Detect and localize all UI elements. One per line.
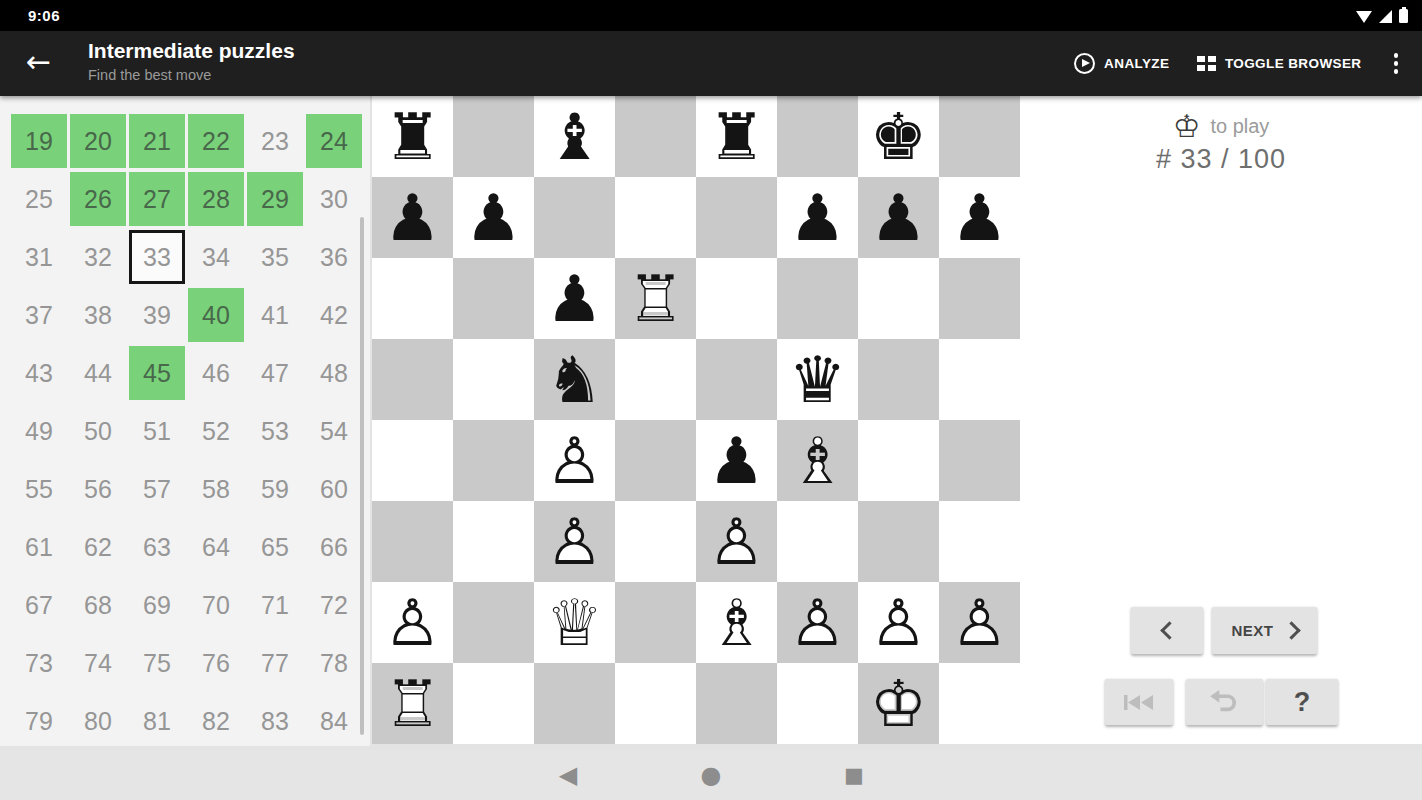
square-c7[interactable] <box>534 177 615 258</box>
nav-recents-icon[interactable]: ■ <box>834 750 874 800</box>
puzzle-number-58[interactable]: 58 <box>188 462 244 516</box>
puzzle-number-80[interactable]: 80 <box>70 694 126 748</box>
white-pawn[interactable]: ♟♙ <box>696 501 777 582</box>
square-d1[interactable] <box>615 663 696 744</box>
side-panel: ♔ to play # 33 / 100 NEXT ? <box>1020 96 1422 744</box>
puzzle-number-28[interactable]: 28 <box>188 172 244 226</box>
puzzle-number-57[interactable]: 57 <box>129 462 185 516</box>
square-b8[interactable] <box>453 96 534 177</box>
white-bishop[interactable]: ♝♗ <box>696 582 777 663</box>
square-g2[interactable]: ♟♙ <box>858 582 939 663</box>
square-a2[interactable]: ♟♙ <box>372 582 453 663</box>
square-g4[interactable] <box>858 420 939 501</box>
square-b6[interactable] <box>453 258 534 339</box>
puzzle-number-37[interactable]: 37 <box>11 288 67 342</box>
puzzle-number-35[interactable]: 35 <box>247 230 303 284</box>
square-g7[interactable]: ♟ <box>858 177 939 258</box>
white-king[interactable]: ♚♔ <box>858 663 939 744</box>
white-pawn[interactable]: ♟♙ <box>858 582 939 663</box>
square-c4[interactable]: ♟♙ <box>534 420 615 501</box>
puzzle-number-21[interactable]: 21 <box>129 114 185 168</box>
white-bishop[interactable]: ♝♗ <box>777 420 858 501</box>
puzzle-number-72[interactable]: 72 <box>306 578 362 632</box>
square-f1[interactable] <box>777 663 858 744</box>
puzzle-number-43[interactable]: 43 <box>11 346 67 400</box>
square-b2[interactable] <box>453 582 534 663</box>
square-e2[interactable]: ♝♗ <box>696 582 777 663</box>
puzzle-number-19[interactable]: 19 <box>11 114 67 168</box>
square-e8[interactable]: ♜ <box>696 96 777 177</box>
square-b7[interactable]: ♟ <box>453 177 534 258</box>
square-d7[interactable] <box>615 177 696 258</box>
puzzle-number-64[interactable]: 64 <box>188 520 244 574</box>
puzzle-number-47[interactable]: 47 <box>247 346 303 400</box>
square-a3[interactable] <box>372 501 453 582</box>
puzzle-browser-panel: 1920212223242526272829303132333435363738… <box>0 96 370 746</box>
square-a6[interactable] <box>372 258 453 339</box>
page-subtitle: Find the best move <box>88 67 295 83</box>
next-label: NEXT <box>1231 622 1273 639</box>
black-king[interactable]: ♚ <box>858 96 939 177</box>
puzzle-number-34[interactable]: 34 <box>188 230 244 284</box>
white-pawn[interactable]: ♟♙ <box>939 582 1020 663</box>
status-icons <box>1356 9 1408 23</box>
puzzle-number-32[interactable]: 32 <box>70 230 126 284</box>
puzzle-number-74[interactable]: 74 <box>70 636 126 690</box>
toggle-browser-button[interactable]: TOGGLE BROWSER <box>1197 56 1361 71</box>
square-f2[interactable]: ♟♙ <box>777 582 858 663</box>
puzzle-number-63[interactable]: 63 <box>129 520 185 574</box>
puzzle-number-40[interactable]: 40 <box>188 288 244 342</box>
black-pawn[interactable]: ♟ <box>939 177 1020 258</box>
square-h2[interactable]: ♟♙ <box>939 582 1020 663</box>
white-rook[interactable]: ♜♖ <box>372 663 453 744</box>
puzzle-number-23[interactable]: 23 <box>247 114 303 168</box>
battery-icon <box>1399 9 1408 23</box>
white-pawn[interactable]: ♟♙ <box>372 582 453 663</box>
next-puzzle-button[interactable]: NEXT <box>1212 607 1317 654</box>
square-a7[interactable]: ♟ <box>372 177 453 258</box>
square-g3[interactable] <box>858 501 939 582</box>
cell-signal-icon <box>1379 10 1392 23</box>
status-bar: 9:06 <box>0 0 1422 31</box>
play-circle-icon <box>1074 53 1095 74</box>
grid-icon <box>1197 56 1216 71</box>
chevron-left-icon <box>1160 621 1178 639</box>
puzzle-number-30[interactable]: 30 <box>306 172 362 226</box>
puzzle-number-61[interactable]: 61 <box>11 520 67 574</box>
to-play-label: to play <box>1210 115 1269 138</box>
puzzle-number-73[interactable]: 73 <box>11 636 67 690</box>
puzzle-number-36[interactable]: 36 <box>306 230 362 284</box>
puzzle-number-50[interactable]: 50 <box>70 404 126 458</box>
square-h4[interactable] <box>939 420 1020 501</box>
puzzle-number-grid: 1920212223242526272829303132333435363738… <box>11 114 362 748</box>
square-a1[interactable]: ♜♖ <box>372 663 453 744</box>
nav-back-icon[interactable]: ◀ <box>548 750 588 800</box>
puzzle-number-68[interactable]: 68 <box>70 578 126 632</box>
white-pawn[interactable]: ♟♙ <box>777 582 858 663</box>
puzzle-number-39[interactable]: 39 <box>129 288 185 342</box>
square-c6[interactable]: ♟ <box>534 258 615 339</box>
puzzle-number-49[interactable]: 49 <box>11 404 67 458</box>
to-play-indicator: ♔ to play <box>1020 108 1422 144</box>
square-e7[interactable] <box>696 177 777 258</box>
scrollbar-thumb[interactable] <box>360 217 364 735</box>
puzzle-number-29[interactable]: 29 <box>247 172 303 226</box>
page-title: Intermediate puzzles <box>88 39 295 63</box>
puzzle-number-31[interactable]: 31 <box>11 230 67 284</box>
square-h3[interactable] <box>939 501 1020 582</box>
black-knight[interactable]: ♞ <box>534 339 615 420</box>
square-e6[interactable] <box>696 258 777 339</box>
wifi-icon <box>1356 11 1372 23</box>
puzzle-number-25[interactable]: 25 <box>11 172 67 226</box>
android-nav-bar: ◀ ● ■ <box>0 750 1422 800</box>
square-h6[interactable] <box>939 258 1020 339</box>
hint-label: ? <box>1294 687 1311 718</box>
square-d2[interactable] <box>615 582 696 663</box>
puzzle-number-69[interactable]: 69 <box>129 578 185 632</box>
square-g5[interactable] <box>858 339 939 420</box>
puzzle-number-46[interactable]: 46 <box>188 346 244 400</box>
previous-puzzle-button[interactable] <box>1131 607 1203 654</box>
black-pawn[interactable]: ♟ <box>858 177 939 258</box>
square-d6[interactable]: ♜♖ <box>615 258 696 339</box>
rewind-to-start-button[interactable] <box>1105 679 1173 725</box>
puzzle-number-27[interactable]: 27 <box>129 172 185 226</box>
square-f5[interactable]: ♛ <box>777 339 858 420</box>
square-h1[interactable] <box>939 663 1020 744</box>
white-king-icon: ♔ <box>1173 108 1201 144</box>
puzzle-number-60[interactable]: 60 <box>306 462 362 516</box>
puzzle-number-83[interactable]: 83 <box>247 694 303 748</box>
square-f6[interactable] <box>777 258 858 339</box>
puzzle-number-33[interactable]: 33 <box>129 230 185 284</box>
square-c2[interactable]: ♛♕ <box>534 582 615 663</box>
black-pawn[interactable]: ♟ <box>453 177 534 258</box>
puzzle-number-56[interactable]: 56 <box>70 462 126 516</box>
back-arrow-icon[interactable]: ← <box>26 44 51 79</box>
puzzle-number-38[interactable]: 38 <box>70 288 126 342</box>
puzzle-number-82[interactable]: 82 <box>188 694 244 748</box>
puzzle-number-62[interactable]: 62 <box>70 520 126 574</box>
square-f3[interactable] <box>777 501 858 582</box>
title-block: Intermediate puzzles Find the best move <box>88 39 295 83</box>
hint-button[interactable]: ? <box>1266 679 1338 725</box>
puzzle-number-84[interactable]: 84 <box>306 694 362 748</box>
square-d4[interactable] <box>615 420 696 501</box>
toggle-browser-label: TOGGLE BROWSER <box>1225 56 1362 71</box>
square-h5[interactable] <box>939 339 1020 420</box>
puzzle-number-65[interactable]: 65 <box>247 520 303 574</box>
puzzle-number-20[interactable]: 20 <box>70 114 126 168</box>
square-a8[interactable]: ♜ <box>372 96 453 177</box>
square-h7[interactable]: ♟ <box>939 177 1020 258</box>
puzzle-number-53[interactable]: 53 <box>247 404 303 458</box>
white-pawn[interactable]: ♟♙ <box>534 501 615 582</box>
puzzle-number-42[interactable]: 42 <box>306 288 362 342</box>
square-e3[interactable]: ♟♙ <box>696 501 777 582</box>
puzzle-number-76[interactable]: 76 <box>188 636 244 690</box>
black-bishop[interactable]: ♝ <box>534 96 615 177</box>
square-g1[interactable]: ♚♔ <box>858 663 939 744</box>
puzzle-number-26[interactable]: 26 <box>70 172 126 226</box>
puzzle-number-51[interactable]: 51 <box>129 404 185 458</box>
square-b4[interactable] <box>453 420 534 501</box>
analyze-label: ANALYZE <box>1104 56 1169 71</box>
puzzle-number-75[interactable]: 75 <box>129 636 185 690</box>
chess-board: ♜♝♜♚♟♟♟♟♟♟♜♖♞♛♟♙♟♝♗♟♙♟♙♟♙♛♕♝♗♟♙♟♙♟♙♜♖♚♔ <box>372 96 1020 744</box>
puzzle-number-70[interactable]: 70 <box>188 578 244 632</box>
puzzle-number-48[interactable]: 48 <box>306 346 362 400</box>
black-queen[interactable]: ♛ <box>777 339 858 420</box>
square-c3[interactable]: ♟♙ <box>534 501 615 582</box>
rewind-icon <box>1123 694 1156 711</box>
puzzle-counter: # 33 / 100 <box>1020 144 1422 175</box>
square-h8[interactable] <box>939 96 1020 177</box>
square-e1[interactable] <box>696 663 777 744</box>
black-pawn[interactable]: ♟ <box>696 420 777 501</box>
white-queen[interactable]: ♛♕ <box>534 582 615 663</box>
puzzle-number-79[interactable]: 79 <box>11 694 67 748</box>
square-e4[interactable]: ♟ <box>696 420 777 501</box>
overflow-menu-icon[interactable] <box>1390 49 1403 78</box>
puzzle-number-22[interactable]: 22 <box>188 114 244 168</box>
black-rook[interactable]: ♜ <box>696 96 777 177</box>
black-pawn[interactable]: ♟ <box>777 177 858 258</box>
puzzle-number-24[interactable]: 24 <box>306 114 362 168</box>
puzzle-number-77[interactable]: 77 <box>247 636 303 690</box>
square-b1[interactable] <box>453 663 534 744</box>
puzzle-number-44[interactable]: 44 <box>70 346 126 400</box>
app-bar-actions: ANALYZE TOGGLE BROWSER <box>1074 31 1402 96</box>
undo-icon <box>1210 690 1240 714</box>
app-bar: ← Intermediate puzzles Find the best mov… <box>0 31 1422 96</box>
puzzle-number-45[interactable]: 45 <box>129 346 185 400</box>
square-b3[interactable] <box>453 501 534 582</box>
chevron-right-icon <box>1282 621 1300 639</box>
puzzle-number-78[interactable]: 78 <box>306 636 362 690</box>
square-g8[interactable]: ♚ <box>858 96 939 177</box>
puzzle-number-66[interactable]: 66 <box>306 520 362 574</box>
nav-home-icon[interactable]: ● <box>691 750 731 800</box>
white-rook[interactable]: ♜♖ <box>615 258 696 339</box>
square-d5[interactable] <box>615 339 696 420</box>
puzzle-number-71[interactable]: 71 <box>247 578 303 632</box>
puzzle-number-67[interactable]: 67 <box>11 578 67 632</box>
black-pawn[interactable]: ♟ <box>534 258 615 339</box>
square-a4[interactable] <box>372 420 453 501</box>
puzzle-number-81[interactable]: 81 <box>129 694 185 748</box>
square-c8[interactable]: ♝ <box>534 96 615 177</box>
white-pawn[interactable]: ♟♙ <box>534 420 615 501</box>
square-b5[interactable] <box>453 339 534 420</box>
puzzle-number-41[interactable]: 41 <box>247 288 303 342</box>
puzzle-number-55[interactable]: 55 <box>11 462 67 516</box>
puzzle-number-54[interactable]: 54 <box>306 404 362 458</box>
black-rook[interactable]: ♜ <box>372 96 453 177</box>
square-d3[interactable] <box>615 501 696 582</box>
analyze-button[interactable]: ANALYZE <box>1074 53 1169 74</box>
undo-button[interactable] <box>1186 679 1263 725</box>
square-d8[interactable] <box>615 96 696 177</box>
square-c1[interactable] <box>534 663 615 744</box>
square-a5[interactable] <box>372 339 453 420</box>
square-f4[interactable]: ♝♗ <box>777 420 858 501</box>
puzzle-number-52[interactable]: 52 <box>188 404 244 458</box>
square-e5[interactable] <box>696 339 777 420</box>
clock: 9:06 <box>28 7 60 24</box>
square-f8[interactable] <box>777 96 858 177</box>
square-g6[interactable] <box>858 258 939 339</box>
content-area: 1920212223242526272829303132333435363738… <box>0 96 1422 750</box>
square-f7[interactable]: ♟ <box>777 177 858 258</box>
square-c5[interactable]: ♞ <box>534 339 615 420</box>
black-pawn[interactable]: ♟ <box>372 177 453 258</box>
puzzle-number-59[interactable]: 59 <box>247 462 303 516</box>
